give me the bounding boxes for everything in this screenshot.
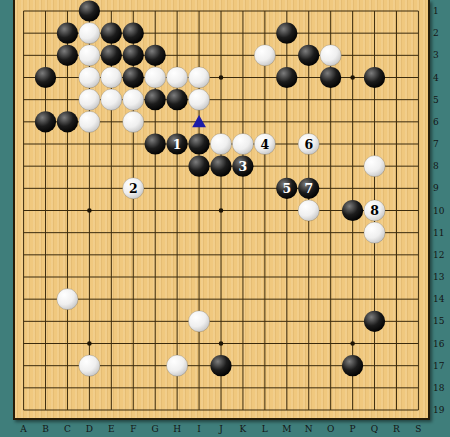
stone-black-C3 (57, 45, 78, 66)
stone-black-F4 (123, 67, 144, 88)
stone-black-O4 (320, 67, 341, 88)
stone-white-Q11 (364, 222, 385, 243)
hoshi-point (87, 208, 92, 213)
row-label-5: 5 (433, 95, 449, 105)
stone-white-Q8 (364, 156, 385, 177)
stone-black-P10 (342, 200, 363, 221)
move-number-4: 4 (261, 137, 270, 152)
move-number-6: 6 (304, 137, 313, 152)
row-label-14: 14 (433, 294, 449, 304)
stone-white-H17 (167, 355, 188, 376)
column-label-K: K (235, 424, 251, 434)
move-number-5: 5 (282, 181, 291, 196)
column-label-A: A (16, 424, 32, 434)
stone-white-N10 (298, 200, 319, 221)
column-label-O: O (323, 424, 339, 434)
move-numbers-layer: 12345678 (129, 137, 379, 219)
column-label-M: M (279, 424, 295, 434)
row-label-1: 1 (433, 6, 449, 16)
stone-black-Q4 (364, 67, 385, 88)
column-label-Q: Q (367, 424, 383, 434)
stone-black-E2 (101, 23, 122, 44)
stone-black-J17 (210, 355, 231, 376)
stone-black-D1 (79, 0, 100, 21)
row-label-17: 17 (433, 361, 449, 371)
go-board[interactable]: 12345678 (0, 0, 450, 437)
column-label-G: G (147, 424, 163, 434)
stone-white-I4 (188, 67, 209, 88)
stone-black-G3 (145, 45, 166, 66)
row-label-6: 6 (433, 117, 449, 127)
stone-white-D2 (79, 23, 100, 44)
stone-black-C2 (57, 23, 78, 44)
column-label-F: F (125, 424, 141, 434)
stone-black-H5 (167, 89, 188, 110)
move-number-2: 2 (129, 181, 138, 196)
row-label-11: 11 (433, 228, 449, 238)
move-number-1: 1 (173, 137, 182, 152)
column-label-D: D (81, 424, 97, 434)
stone-black-N3 (298, 45, 319, 66)
row-label-2: 2 (433, 28, 449, 38)
hoshi-point (219, 341, 224, 346)
column-label-J: J (213, 424, 229, 434)
triangle-icon (192, 115, 206, 127)
stone-white-D17 (79, 355, 100, 376)
stone-white-F5 (123, 89, 144, 110)
stone-black-M4 (276, 67, 297, 88)
stone-black-Q15 (364, 311, 385, 332)
stone-white-L3 (254, 45, 275, 66)
stone-white-I5 (188, 89, 209, 110)
move-number-7: 7 (304, 181, 313, 196)
stone-white-D3 (79, 45, 100, 66)
column-label-B: B (38, 424, 54, 434)
stone-black-J8 (210, 156, 231, 177)
stone-black-F2 (123, 23, 144, 44)
row-label-15: 15 (433, 316, 449, 326)
stone-black-G7 (145, 133, 166, 154)
row-label-3: 3 (433, 50, 449, 60)
stone-white-G4 (145, 67, 166, 88)
stone-black-B4 (35, 67, 56, 88)
stone-black-G5 (145, 89, 166, 110)
column-label-E: E (103, 424, 119, 434)
stone-black-F3 (123, 45, 144, 66)
stone-white-O3 (320, 45, 341, 66)
go-app-screen: 12345678 ABCDEFGHIJKLMNOPQRS 12345678910… (0, 0, 450, 437)
row-label-4: 4 (433, 73, 449, 83)
stone-black-I7 (188, 133, 209, 154)
row-label-19: 19 (433, 405, 449, 415)
stone-black-M2 (276, 23, 297, 44)
column-label-I: I (191, 424, 207, 434)
stone-white-E5 (101, 89, 122, 110)
stone-white-C14 (57, 289, 78, 310)
row-label-12: 12 (433, 250, 449, 260)
stone-black-B6 (35, 111, 56, 132)
hoshi-point (219, 75, 224, 80)
column-label-N: N (301, 424, 317, 434)
stone-black-I8 (188, 156, 209, 177)
hoshi-point (219, 208, 224, 213)
row-label-13: 13 (433, 272, 449, 282)
stone-white-F6 (123, 111, 144, 132)
stone-white-J7 (210, 133, 231, 154)
column-label-L: L (257, 424, 273, 434)
stone-white-I15 (188, 311, 209, 332)
column-label-P: P (345, 424, 361, 434)
stone-black-E3 (101, 45, 122, 66)
column-label-H: H (169, 424, 185, 434)
hoshi-point (87, 341, 92, 346)
row-label-10: 10 (433, 206, 449, 216)
column-label-S: S (410, 424, 426, 434)
triangle-marker-layer (192, 115, 206, 127)
row-label-8: 8 (433, 161, 449, 171)
row-label-18: 18 (433, 383, 449, 393)
stone-white-D4 (79, 67, 100, 88)
row-label-9: 9 (433, 183, 449, 193)
stone-white-D6 (79, 111, 100, 132)
stone-white-D5 (79, 89, 100, 110)
hoshi-point (350, 75, 355, 80)
move-number-3: 3 (239, 159, 248, 174)
stone-black-P17 (342, 355, 363, 376)
stone-black-C6 (57, 111, 78, 132)
hoshi-point (350, 341, 355, 346)
row-label-16: 16 (433, 339, 449, 349)
stone-white-H4 (167, 67, 188, 88)
stone-white-E4 (101, 67, 122, 88)
column-label-R: R (388, 424, 404, 434)
column-label-C: C (59, 424, 75, 434)
stone-white-K7 (232, 133, 253, 154)
move-number-8: 8 (370, 203, 379, 218)
row-label-7: 7 (433, 139, 449, 149)
